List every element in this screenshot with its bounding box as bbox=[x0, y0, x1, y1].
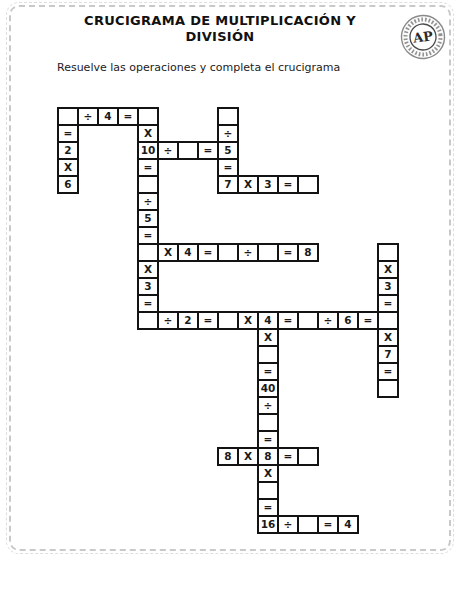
grid-cell-r9c12: = bbox=[277, 243, 299, 262]
page-title: CRUCIGRAMA DE MULTIPLICACIÓN Y DIVISIÓN bbox=[0, 13, 440, 45]
grid-cell-r9c8: = bbox=[197, 243, 219, 262]
grid-cell-r25c11: 16 bbox=[257, 515, 279, 534]
grid-cell-r25c13[interactable] bbox=[297, 515, 319, 534]
grid-cell-r13c7: 2 bbox=[177, 311, 199, 330]
grid-cell-r3c7[interactable] bbox=[177, 141, 199, 160]
grid-cell-r9c13: 8 bbox=[297, 243, 319, 262]
grid-cell-r5c12: = bbox=[277, 175, 299, 194]
grid-cell-r1c3: 4 bbox=[97, 107, 119, 126]
grid-cell-r5c13[interactable] bbox=[297, 175, 319, 194]
title-line-1: CRUCIGRAMA DE MULTIPLICACIÓN Y bbox=[0, 13, 440, 29]
grid-cell-r13c13[interactable] bbox=[297, 311, 319, 330]
grid-cell-r25c15: 4 bbox=[337, 515, 359, 534]
grid-cell-r13c12: = bbox=[277, 311, 299, 330]
grid-cell-r25c14: = bbox=[317, 515, 339, 534]
puzzle-grid: ÷4==X÷210÷=5X==67X3=÷5=X4=÷=8XX33==÷2=X4… bbox=[57, 107, 401, 536]
grid-cell-r13c6: ÷ bbox=[157, 311, 179, 330]
grid-cell-r9c10: ÷ bbox=[237, 243, 259, 262]
stamp-monogram: AP bbox=[411, 28, 434, 46]
grid-cell-r25c12: ÷ bbox=[277, 515, 299, 534]
grid-cell-r13c9[interactable] bbox=[217, 311, 239, 330]
ap-stamp-logo: AP bbox=[399, 13, 447, 61]
grid-cell-r1c2: ÷ bbox=[77, 107, 99, 126]
grid-cell-r5c9: 7 bbox=[217, 175, 239, 194]
grid-cell-r5c11: 3 bbox=[257, 175, 279, 194]
title-line-2: DIVISIÓN bbox=[0, 29, 440, 45]
grid-cell-r13c16: = bbox=[357, 311, 379, 330]
grid-cell-r13c15: 6 bbox=[337, 311, 359, 330]
grid-cell-r21c9: 8 bbox=[217, 447, 239, 466]
grid-cell-r9c11[interactable] bbox=[257, 243, 279, 262]
grid-cell-r21c12: = bbox=[277, 447, 299, 466]
grid-cell-r13c8: = bbox=[197, 311, 219, 330]
grid-cell-r21c13[interactable] bbox=[297, 447, 319, 466]
grid-cell-r9c6: X bbox=[157, 243, 179, 262]
grid-cell-r3c8: = bbox=[197, 141, 219, 160]
grid-cell-r13c5[interactable] bbox=[137, 311, 159, 330]
grid-cell-r1c4: = bbox=[117, 107, 139, 126]
grid-cell-r9c7: 4 bbox=[177, 243, 199, 262]
grid-cell-r3c6: ÷ bbox=[157, 141, 179, 160]
grid-cell-r9c9[interactable] bbox=[217, 243, 239, 262]
grid-cell-r13c10: X bbox=[237, 311, 259, 330]
grid-cell-r17c17[interactable] bbox=[377, 379, 399, 398]
grid-cell-r13c14: ÷ bbox=[317, 311, 339, 330]
grid-cell-r5c1: 6 bbox=[57, 175, 79, 194]
instructions-text: Resuelve las operaciones y completa el c… bbox=[57, 61, 340, 74]
grid-cell-r5c10: X bbox=[237, 175, 259, 194]
grid-cell-r21c10: X bbox=[237, 447, 259, 466]
